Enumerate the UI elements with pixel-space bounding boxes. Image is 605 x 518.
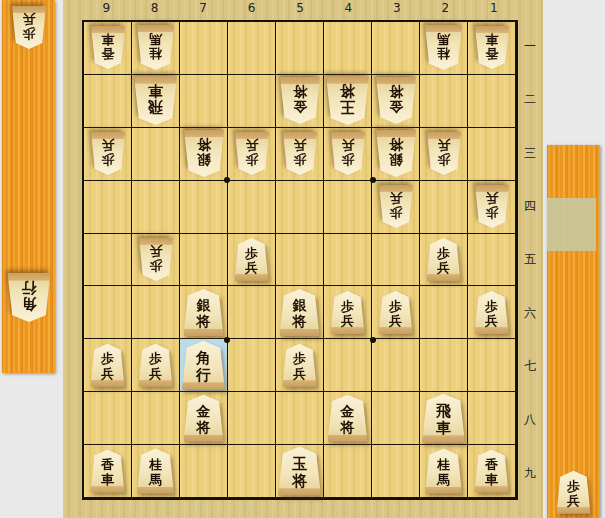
shogi-app: 歩兵角行 987654321 一二三四五六七八九 香車桂馬桂馬香車飛車金将王将金… [0, 0, 605, 518]
piece-face: 桂馬 [137, 449, 174, 494]
pawn-gote[interactable]: 歩兵 [235, 132, 269, 175]
piece-kanji: 歩 [389, 205, 402, 219]
piece-kanji: 銀 [389, 152, 403, 167]
piece-kanji: 歩 [485, 205, 498, 219]
square-83[interactable] [132, 128, 180, 181]
piece-face: 歩兵 [557, 471, 591, 514]
piece-kanji: 金 [197, 404, 211, 419]
lance-sente[interactable]: 香車 [91, 450, 125, 493]
square-15[interactable] [468, 234, 516, 287]
piece-face: 歩兵 [331, 291, 365, 334]
piece-kanji: 歩 [567, 480, 580, 494]
square-62[interactable] [228, 75, 276, 128]
square-46[interactable]: 歩兵 [324, 286, 372, 339]
square-34[interactable]: 歩兵 [372, 181, 420, 234]
square-19[interactable]: 香車 [468, 445, 516, 498]
piece-kanji: 馬 [437, 473, 450, 487]
square-13[interactable] [468, 128, 516, 181]
square-58[interactable] [276, 392, 324, 445]
piece-kanji: 将 [197, 314, 211, 329]
piece-face: 金将 [376, 77, 416, 124]
square-23[interactable]: 歩兵 [420, 128, 468, 181]
square-97[interactable]: 歩兵 [84, 339, 132, 392]
square-29[interactable]: 桂馬 [420, 445, 468, 498]
piece-kanji: 馬 [437, 32, 450, 46]
lance-gote[interactable]: 香車 [91, 26, 125, 69]
piece-kanji: 金 [341, 404, 355, 419]
bishop-sente[interactable]: 角行 [182, 341, 225, 390]
piece-kanji: 車 [485, 473, 498, 487]
piece-kanji: 行 [196, 367, 211, 384]
piece-face: 歩兵 [283, 344, 317, 387]
square-72[interactable] [180, 75, 228, 128]
square-18[interactable] [468, 392, 516, 445]
piece-kanji: 銀 [197, 298, 211, 313]
square-42[interactable]: 王将 [324, 75, 372, 128]
square-95[interactable] [84, 234, 132, 287]
piece-face: 銀将 [184, 289, 224, 336]
piece-kanji: 兵 [389, 314, 402, 328]
square-27[interactable] [420, 339, 468, 392]
piece-face: 歩兵 [283, 132, 317, 175]
piece-kanji: 将 [389, 137, 403, 152]
piece-kanji: 歩 [293, 152, 306, 166]
piece-kanji: 車 [148, 83, 163, 100]
piece-face: 金将 [184, 395, 224, 442]
file-label-3: 3 [373, 1, 421, 18]
square-66[interactable] [228, 286, 276, 339]
piece-face: 桂馬 [137, 25, 174, 70]
piece-kanji: 桂 [437, 46, 450, 60]
piece-face: 歩兵 [427, 238, 461, 281]
piece-kanji: 歩 [341, 300, 354, 314]
piece-kanji: 飛 [436, 403, 451, 420]
piece-face: 王将 [326, 76, 369, 125]
piece-kanji: 兵 [389, 191, 402, 205]
square-45[interactable] [324, 234, 372, 287]
pawn-gote[interactable]: 歩兵 [12, 6, 46, 49]
piece-kanji: 歩 [437, 247, 450, 261]
piece-kanji: 香 [485, 458, 498, 472]
pawn-sente[interactable]: 歩兵 [283, 344, 317, 387]
piece-kanji: 兵 [485, 191, 498, 205]
rank-label-5: 五 [519, 233, 541, 286]
pawn-gote[interactable]: 歩兵 [379, 185, 413, 228]
piece-kanji: 行 [21, 279, 36, 296]
piece-face: 歩兵 [475, 185, 509, 228]
gold-gote[interactable]: 金将 [280, 77, 320, 124]
piece-face: 金将 [328, 395, 368, 442]
square-28[interactable]: 飛車 [420, 392, 468, 445]
piece-kanji: 兵 [22, 12, 35, 26]
piece-face: 歩兵 [12, 6, 46, 49]
piece-face: 桂馬 [425, 449, 462, 494]
piece-kanji: 歩 [149, 258, 162, 272]
square-49[interactable] [324, 445, 372, 498]
silver-sente[interactable]: 銀将 [280, 289, 320, 336]
piece-kanji: 桂 [149, 458, 162, 472]
rank-label-9: 九 [519, 447, 541, 500]
rank-label-3: 三 [519, 127, 541, 180]
piece-kanji: 飛 [148, 99, 163, 116]
square-16[interactable]: 歩兵 [468, 286, 516, 339]
piece-kanji: 馬 [149, 32, 162, 46]
piece-kanji: 香 [101, 46, 114, 60]
rook-gote[interactable]: 飛車 [134, 76, 177, 125]
piece-kanji: 兵 [245, 138, 258, 152]
square-56[interactable]: 銀将 [276, 286, 324, 339]
square-88[interactable] [132, 392, 180, 445]
piece-kanji: 兵 [485, 314, 498, 328]
piece-kanji: 角 [21, 296, 36, 313]
square-81[interactable]: 桂馬 [132, 22, 180, 75]
rank-label-4: 四 [519, 180, 541, 233]
piece-face: 歩兵 [91, 344, 125, 387]
piece-kanji: 将 [197, 137, 211, 152]
file-label-5: 5 [276, 1, 324, 18]
square-26[interactable] [420, 286, 468, 339]
square-74[interactable] [180, 181, 228, 234]
lance-sente[interactable]: 香車 [475, 450, 509, 493]
square-53[interactable]: 歩兵 [276, 128, 324, 181]
square-33[interactable]: 銀将 [372, 128, 420, 181]
square-91[interactable]: 香車 [84, 22, 132, 75]
star-point [224, 177, 230, 183]
piece-face: 歩兵 [427, 132, 461, 175]
square-52[interactable]: 金将 [276, 75, 324, 128]
piece-kanji: 兵 [245, 261, 258, 275]
rank-coordinates: 一二三四五六七八九 [519, 20, 541, 500]
square-69[interactable] [228, 445, 276, 498]
king-sente[interactable]: 玉将 [278, 447, 321, 496]
piece-kanji: 兵 [341, 138, 354, 152]
piece-kanji: 銀 [293, 298, 307, 313]
piece-face: 角行 [182, 341, 225, 390]
piece-face: 歩兵 [139, 344, 173, 387]
piece-face: 銀将 [376, 130, 416, 177]
piece-face: 金将 [280, 77, 320, 124]
piece-face: 桂馬 [425, 25, 462, 70]
bishop-gote[interactable]: 角行 [7, 273, 50, 322]
square-55[interactable] [276, 234, 324, 287]
piece-kanji: 王 [340, 99, 355, 116]
square-17[interactable] [468, 339, 516, 392]
gold-sente[interactable]: 金将 [184, 395, 224, 442]
silver-sente[interactable]: 銀将 [184, 289, 224, 336]
piece-face: 香車 [475, 450, 509, 493]
silver-gote[interactable]: 銀将 [184, 130, 224, 177]
square-51[interactable] [276, 22, 324, 75]
piece-face: 歩兵 [475, 291, 509, 334]
square-75[interactable] [180, 234, 228, 287]
pawn-sente[interactable]: 歩兵 [379, 291, 413, 334]
piece-face: 玉将 [278, 447, 321, 496]
square-47[interactable] [324, 339, 372, 392]
piece-kanji: 歩 [341, 152, 354, 166]
pawn-gote[interactable]: 歩兵 [139, 238, 173, 281]
pawn-sente[interactable]: 歩兵 [235, 238, 269, 281]
square-99[interactable]: 香車 [84, 445, 132, 498]
square-71[interactable] [180, 22, 228, 75]
square-36[interactable]: 歩兵 [372, 286, 420, 339]
square-84[interactable] [132, 181, 180, 234]
knight-sente[interactable]: 桂馬 [425, 449, 462, 494]
piece-kanji: 桂 [149, 46, 162, 60]
piece-face: 歩兵 [91, 132, 125, 175]
piece-kanji: 金 [389, 99, 403, 114]
pawn-gote[interactable]: 歩兵 [427, 132, 461, 175]
piece-kanji: 将 [197, 420, 211, 435]
square-39[interactable] [372, 445, 420, 498]
square-76[interactable]: 銀将 [180, 286, 228, 339]
piece-kanji: 車 [101, 473, 114, 487]
rank-label-2: 二 [519, 73, 541, 126]
piece-face: 歩兵 [235, 238, 269, 281]
piece-kanji: 兵 [293, 367, 306, 381]
piece-face: 歩兵 [139, 238, 173, 281]
piece-kanji: 将 [293, 314, 307, 329]
komadai-origin-highlight [547, 198, 596, 251]
piece-kanji: 兵 [149, 244, 162, 258]
square-57[interactable]: 歩兵 [276, 339, 324, 392]
piece-kanji: 歩 [149, 352, 162, 366]
piece-face: 香車 [91, 26, 125, 69]
file-label-7: 7 [179, 1, 227, 18]
piece-kanji: 兵 [567, 494, 580, 508]
square-32[interactable]: 金将 [372, 75, 420, 128]
piece-kanji: 将 [341, 420, 355, 435]
piece-kanji: 歩 [22, 26, 35, 40]
pawn-gote[interactable]: 歩兵 [475, 185, 509, 228]
square-12[interactable] [468, 75, 516, 128]
sente-komadai[interactable]: 歩兵 [547, 145, 600, 518]
square-63[interactable]: 歩兵 [228, 128, 276, 181]
knight-gote[interactable]: 桂馬 [425, 25, 462, 70]
square-79[interactable] [180, 445, 228, 498]
file-label-2: 2 [421, 1, 469, 18]
shogi-board[interactable]: 香車桂馬桂馬香車飛車金将王将金将歩兵銀将歩兵歩兵歩兵銀将歩兵歩兵歩兵歩兵歩兵歩兵… [82, 20, 518, 500]
square-41[interactable] [324, 22, 372, 75]
square-43[interactable]: 歩兵 [324, 128, 372, 181]
gold-sente[interactable]: 金将 [328, 395, 368, 442]
piece-face: 歩兵 [235, 132, 269, 175]
rook-sente[interactable]: 飛車 [422, 394, 465, 443]
square-59[interactable]: 玉将 [276, 445, 324, 498]
square-38[interactable] [372, 392, 420, 445]
square-24[interactable] [420, 181, 468, 234]
piece-face: 角行 [7, 273, 50, 322]
piece-kanji: 兵 [341, 314, 354, 328]
piece-kanji: 角 [196, 350, 211, 367]
piece-face: 香車 [91, 450, 125, 493]
square-31[interactable] [372, 22, 420, 75]
piece-kanji: 車 [436, 420, 451, 437]
piece-face: 銀将 [184, 130, 224, 177]
square-48[interactable]: 金将 [324, 392, 372, 445]
piece-kanji: 兵 [293, 138, 306, 152]
piece-kanji: 兵 [101, 138, 114, 152]
file-coordinates: 987654321 [82, 1, 518, 18]
piece-face: 銀将 [280, 289, 320, 336]
square-14[interactable]: 歩兵 [468, 181, 516, 234]
square-92[interactable] [84, 75, 132, 128]
piece-kanji: 歩 [389, 300, 402, 314]
square-37[interactable] [372, 339, 420, 392]
square-73[interactable]: 銀将 [180, 128, 228, 181]
square-82[interactable]: 飛車 [132, 75, 180, 128]
piece-kanji: 兵 [437, 261, 450, 275]
piece-kanji: 玉 [292, 456, 307, 473]
square-67[interactable] [228, 339, 276, 392]
square-44[interactable] [324, 181, 372, 234]
piece-kanji: 将 [292, 473, 307, 490]
square-94[interactable] [84, 181, 132, 234]
square-89[interactable]: 桂馬 [132, 445, 180, 498]
pawn-sente[interactable]: 歩兵 [91, 344, 125, 387]
piece-kanji: 兵 [101, 367, 114, 381]
piece-kanji: 歩 [293, 352, 306, 366]
file-label-6: 6 [227, 1, 275, 18]
piece-kanji: 歩 [101, 352, 114, 366]
square-77[interactable]: 角行 [180, 339, 228, 392]
square-87[interactable]: 歩兵 [132, 339, 180, 392]
rank-label-1: 一 [519, 20, 541, 73]
piece-face: 歩兵 [379, 185, 413, 228]
pawn-sente[interactable]: 歩兵 [557, 471, 591, 514]
file-label-8: 8 [130, 1, 178, 18]
piece-face: 歩兵 [331, 132, 365, 175]
piece-kanji: 将 [340, 83, 355, 100]
knight-gote[interactable]: 桂馬 [137, 25, 174, 70]
piece-kanji: 将 [389, 84, 403, 99]
pawn-sente[interactable]: 歩兵 [475, 291, 509, 334]
square-68[interactable] [228, 392, 276, 445]
piece-face: 飛車 [422, 394, 465, 443]
star-point [370, 177, 376, 183]
square-78[interactable]: 金将 [180, 392, 228, 445]
square-65[interactable]: 歩兵 [228, 234, 276, 287]
piece-kanji: 車 [485, 32, 498, 46]
piece-face: 飛車 [134, 76, 177, 125]
piece-kanji: 将 [293, 84, 307, 99]
gote-komadai[interactable]: 歩兵角行 [2, 0, 55, 373]
star-point [224, 337, 230, 343]
square-93[interactable]: 歩兵 [84, 128, 132, 181]
file-label-4: 4 [324, 1, 372, 18]
gold-gote[interactable]: 金将 [376, 77, 416, 124]
lance-gote[interactable]: 香車 [475, 26, 509, 69]
pawn-gote[interactable]: 歩兵 [283, 132, 317, 175]
pawn-sente[interactable]: 歩兵 [139, 344, 173, 387]
piece-kanji: 歩 [245, 247, 258, 261]
pawn-gote[interactable]: 歩兵 [331, 132, 365, 175]
square-22[interactable] [420, 75, 468, 128]
piece-kanji: 馬 [149, 473, 162, 487]
piece-kanji: 金 [293, 99, 307, 114]
piece-kanji: 歩 [101, 152, 114, 166]
piece-kanji: 兵 [149, 367, 162, 381]
silver-gote[interactable]: 銀将 [376, 130, 416, 177]
piece-kanji: 香 [485, 46, 498, 60]
square-21[interactable]: 桂馬 [420, 22, 468, 75]
piece-kanji: 歩 [437, 152, 450, 166]
square-35[interactable] [372, 234, 420, 287]
knight-sente[interactable]: 桂馬 [137, 449, 174, 494]
piece-kanji: 兵 [437, 138, 450, 152]
square-25[interactable]: 歩兵 [420, 234, 468, 287]
piece-face: 歩兵 [379, 291, 413, 334]
piece-face: 香車 [475, 26, 509, 69]
square-11[interactable]: 香車 [468, 22, 516, 75]
rank-label-7: 七 [519, 340, 541, 393]
square-54[interactable] [276, 181, 324, 234]
star-point [370, 337, 376, 343]
square-85[interactable]: 歩兵 [132, 234, 180, 287]
piece-kanji: 桂 [437, 458, 450, 472]
square-61[interactable] [228, 22, 276, 75]
piece-kanji: 銀 [197, 152, 211, 167]
piece-kanji: 車 [101, 32, 114, 46]
rank-label-6: 六 [519, 287, 541, 340]
pawn-gote[interactable]: 歩兵 [91, 132, 125, 175]
rank-label-8: 八 [519, 393, 541, 446]
square-96[interactable] [84, 286, 132, 339]
pawn-sente[interactable]: 歩兵 [331, 291, 365, 334]
pawn-sente[interactable]: 歩兵 [427, 238, 461, 281]
piece-kanji: 歩 [485, 300, 498, 314]
file-label-1: 1 [470, 1, 518, 18]
square-98[interactable] [84, 392, 132, 445]
piece-kanji: 歩 [245, 152, 258, 166]
king-gote[interactable]: 王将 [326, 76, 369, 125]
piece-kanji: 香 [101, 458, 114, 472]
file-label-9: 9 [82, 1, 130, 18]
square-64[interactable] [228, 181, 276, 234]
square-86[interactable] [132, 286, 180, 339]
